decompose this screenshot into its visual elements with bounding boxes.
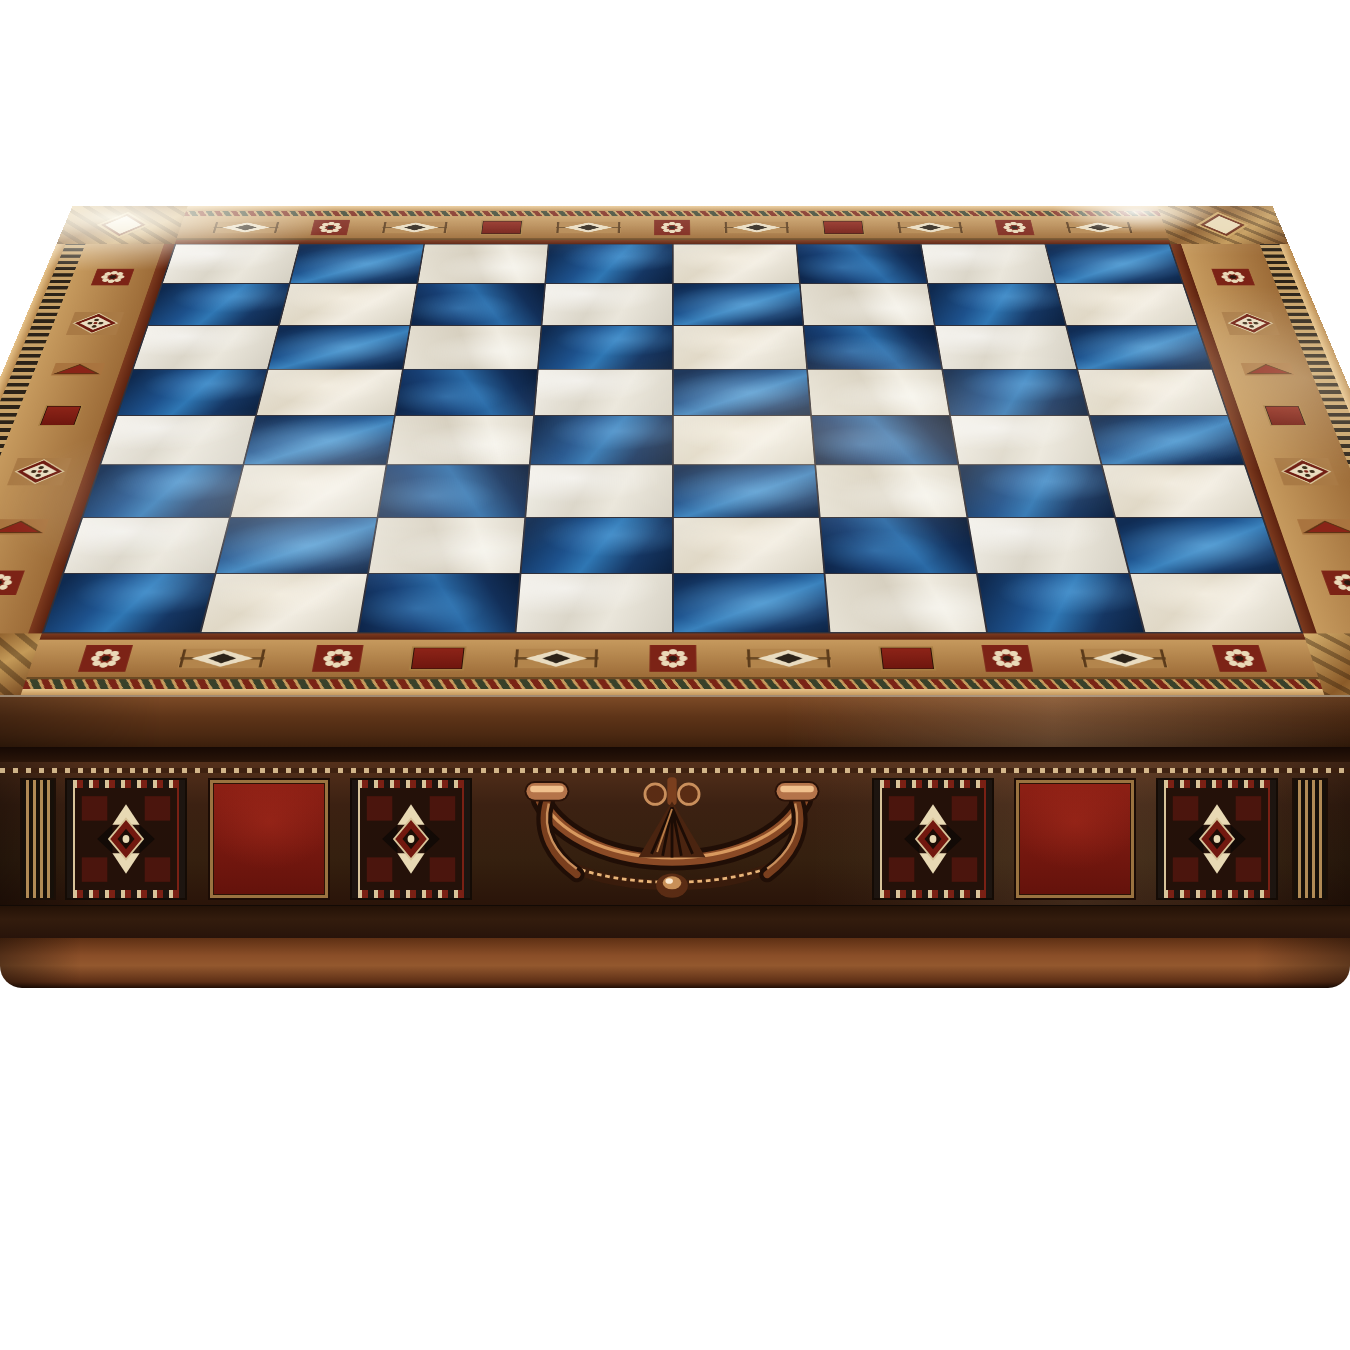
red-wedge-motif-icon: [50, 363, 106, 376]
corner-diamond-inlay: [1204, 216, 1240, 234]
square-a2[interactable]: [64, 518, 228, 573]
square-h4[interactable]: [1090, 416, 1244, 464]
square-a1[interactable]: [44, 574, 214, 632]
flower-rosette-motif-icon: [1320, 571, 1350, 595]
square-g6[interactable]: [936, 326, 1077, 369]
eye-diamond-motif-icon: [745, 645, 833, 671]
flower-rosette-motif-icon: [77, 645, 134, 671]
square-e3[interactable]: [673, 465, 819, 516]
flower-rosette-motif-icon: [311, 645, 365, 671]
square-e5[interactable]: [673, 370, 810, 416]
square-c2[interactable]: [369, 518, 524, 573]
star-mosaic-panel: [67, 780, 185, 898]
square-c7[interactable]: [411, 284, 544, 325]
square-g5[interactable]: [943, 370, 1088, 416]
square-f1[interactable]: [826, 574, 986, 632]
square-b2[interactable]: [217, 518, 377, 573]
square-c3[interactable]: [378, 465, 528, 516]
square-d1[interactable]: [516, 574, 671, 632]
square-d8[interactable]: [546, 244, 672, 283]
red-panel-panel: [210, 780, 328, 898]
square-c6[interactable]: [404, 326, 541, 369]
square-c8[interactable]: [418, 244, 547, 283]
square-e1[interactable]: [673, 574, 828, 632]
eye-diamond-motif-icon: [175, 645, 268, 671]
flower-rosette-motif-icon: [90, 269, 135, 286]
square-h5[interactable]: [1078, 370, 1227, 416]
red-inlay-block: [878, 646, 936, 670]
diamond-flower-motif-icon: [66, 312, 125, 335]
square-f4[interactable]: [812, 416, 957, 464]
chess-board: [42, 244, 1304, 634]
square-a5[interactable]: [118, 370, 267, 416]
eye-diamond-motif-icon: [210, 219, 281, 235]
striped-accent-panel: [22, 780, 54, 898]
square-c5[interactable]: [396, 370, 537, 416]
square-b1[interactable]: [201, 574, 366, 632]
square-d2[interactable]: [521, 518, 671, 573]
eye-diamond-motif-icon: [1077, 645, 1170, 671]
square-e6[interactable]: [673, 326, 806, 369]
square-a6[interactable]: [134, 326, 278, 369]
square-g2[interactable]: [969, 518, 1129, 573]
frame-band-back: [175, 206, 1170, 243]
square-g7[interactable]: [929, 284, 1065, 325]
square-h2[interactable]: [1116, 518, 1280, 573]
flower-rosette-motif-icon: [994, 219, 1035, 235]
flower-rosette-motif-icon: [1211, 645, 1268, 671]
square-f5[interactable]: [808, 370, 949, 416]
square-e8[interactable]: [673, 244, 799, 283]
square-h7[interactable]: [1056, 284, 1196, 325]
frame-band-front: [20, 633, 1325, 697]
product-photo-stage: [0, 0, 1350, 1350]
flower-rosette-motif-icon: [653, 219, 691, 235]
square-a4[interactable]: [101, 416, 255, 464]
eye-diamond-motif-icon: [512, 645, 600, 671]
star-mosaic-icon: [75, 788, 177, 890]
eye-diamond-motif-icon: [896, 219, 965, 235]
eye-diamond-motif-icon: [554, 219, 621, 235]
square-f3[interactable]: [817, 465, 967, 516]
flower-rosette-motif-icon: [310, 219, 351, 235]
corner-diamond-inlay: [105, 216, 141, 234]
red-inlay-block: [479, 220, 523, 234]
square-c1[interactable]: [359, 574, 519, 632]
mosaic-motif-band: [27, 640, 1318, 677]
flower-rosette-motif-icon: [648, 645, 697, 671]
square-d7[interactable]: [542, 284, 672, 325]
red-wedge-motif-icon: [1296, 519, 1350, 534]
eye-diamond-motif-icon: [1064, 219, 1135, 235]
chevron-inlay-strip: [23, 679, 1323, 689]
star-mosaic-panel: [352, 780, 470, 898]
square-d6[interactable]: [538, 326, 671, 369]
flower-rosette-motif-icon: [0, 571, 25, 595]
square-e7[interactable]: [673, 284, 803, 325]
square-h6[interactable]: [1067, 326, 1211, 369]
diamond-flower-motif-icon: [1273, 458, 1338, 486]
square-a7[interactable]: [149, 284, 289, 325]
square-g8[interactable]: [922, 244, 1055, 283]
star-mosaic-icon: [360, 788, 462, 890]
board-top-surface: [0, 206, 1350, 697]
square-b7[interactable]: [280, 284, 416, 325]
striped-accent-panel: [1294, 780, 1326, 898]
red-wedge-motif-icon: [0, 519, 49, 534]
lid-front-edge: [0, 695, 1350, 749]
frame-corner-back-left: [57, 206, 188, 243]
box-lower-band: [0, 905, 1350, 939]
square-c4[interactable]: [387, 416, 532, 464]
mosaic-motif-band: [177, 216, 1169, 238]
star-mosaic-panel: [1158, 780, 1276, 898]
square-b8[interactable]: [291, 244, 424, 283]
square-b4[interactable]: [244, 416, 394, 464]
red-inlay-block: [1262, 405, 1307, 426]
red-inlay-block: [822, 220, 866, 234]
square-a3[interactable]: [83, 465, 242, 516]
square-e2[interactable]: [673, 518, 823, 573]
star-mosaic-icon: [1166, 788, 1268, 890]
diamond-flower-motif-icon: [1221, 312, 1280, 335]
red-wedge-motif-icon: [1239, 363, 1295, 376]
square-f7[interactable]: [801, 284, 934, 325]
square-f8[interactable]: [798, 244, 927, 283]
star-mosaic-panel: [874, 780, 992, 898]
square-h8[interactable]: [1046, 244, 1182, 283]
square-h3[interactable]: [1103, 465, 1262, 516]
lid-drawer-gap: [0, 747, 1350, 762]
square-h1[interactable]: [1131, 574, 1301, 632]
frame-corner-back-right: [1157, 206, 1288, 243]
square-d4[interactable]: [530, 416, 671, 464]
square-g1[interactable]: [978, 574, 1143, 632]
eye-diamond-motif-icon: [723, 219, 790, 235]
base-molding: [0, 938, 1350, 988]
square-b6[interactable]: [269, 326, 410, 369]
flower-rosette-motif-icon: [1210, 269, 1255, 286]
square-g3[interactable]: [960, 465, 1115, 516]
diamond-flower-motif-icon: [6, 458, 71, 486]
square-f2[interactable]: [821, 518, 976, 573]
square-e4[interactable]: [673, 416, 814, 464]
square-d5[interactable]: [535, 370, 672, 416]
square-d3[interactable]: [526, 465, 672, 516]
star-mosaic-icon: [882, 788, 984, 890]
red-inlay-block: [409, 646, 467, 670]
square-b3[interactable]: [231, 465, 386, 516]
drawer-handle-icon: [502, 768, 842, 908]
square-a8[interactable]: [163, 244, 299, 283]
red-inlay-block: [37, 405, 82, 426]
square-g4[interactable]: [951, 416, 1101, 464]
eye-diamond-motif-icon: [380, 219, 449, 235]
flower-rosette-motif-icon: [981, 645, 1035, 671]
square-f6[interactable]: [805, 326, 942, 369]
red-panel-panel: [1016, 780, 1134, 898]
square-b5[interactable]: [257, 370, 402, 416]
